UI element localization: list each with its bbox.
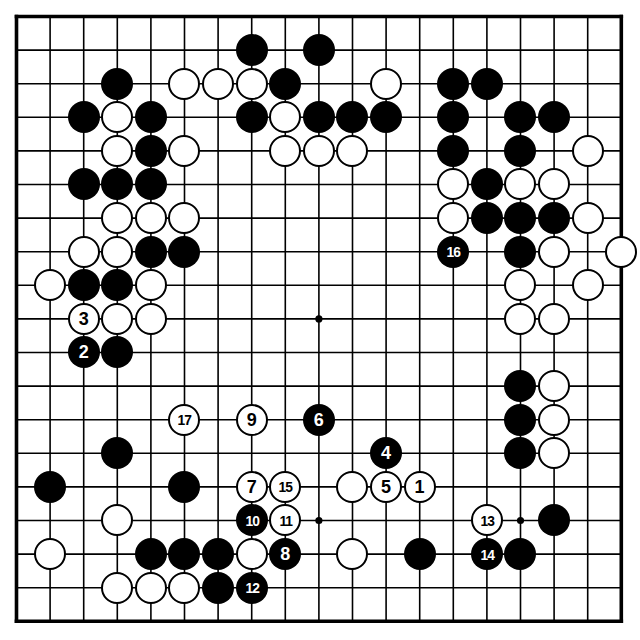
- board-intersection: [336, 100, 370, 134]
- board-intersection: [403, 537, 437, 571]
- white-stone: [538, 168, 570, 200]
- board-intersection: [302, 100, 336, 134]
- white-stone: [101, 236, 133, 268]
- board-intersection: 14: [470, 537, 504, 571]
- white-stone: [101, 135, 133, 167]
- black-stone: [504, 538, 536, 570]
- black-stone: [504, 236, 536, 268]
- board-intersection: [504, 134, 538, 168]
- board-intersection: [100, 134, 134, 168]
- move-number-label: 2: [79, 343, 89, 361]
- white-stone: [101, 504, 133, 536]
- board-intersection: 15: [268, 470, 302, 504]
- black-stone: [437, 68, 469, 100]
- board-intersection: [100, 201, 134, 235]
- white-stone: [336, 538, 368, 570]
- board-intersection: [33, 268, 67, 302]
- board-intersection: [436, 134, 470, 168]
- black-stone: [303, 101, 335, 133]
- black-stone-move-10: 10: [236, 504, 268, 536]
- board-intersection: [537, 235, 571, 269]
- black-stone: [202, 572, 234, 604]
- board-intersection: [504, 235, 538, 269]
- white-stone: [168, 135, 200, 167]
- white-stone: [538, 370, 570, 402]
- board-intersection: [369, 100, 403, 134]
- board-intersection: [168, 67, 202, 101]
- black-stone-move-4: 4: [370, 437, 402, 469]
- board-intersection: [168, 201, 202, 235]
- black-stone: [236, 34, 268, 66]
- board-intersection: [100, 436, 134, 470]
- black-stone: [303, 34, 335, 66]
- white-stone: [538, 303, 570, 335]
- board-intersection: [201, 537, 235, 571]
- white-stone: [34, 538, 66, 570]
- white-stone: [135, 269, 167, 301]
- board-intersection: 17: [168, 403, 202, 437]
- board-intersection: [537, 302, 571, 336]
- black-stone: [135, 168, 167, 200]
- black-stone: [202, 538, 234, 570]
- board-intersection: [537, 168, 571, 202]
- black-stone: [135, 135, 167, 167]
- board-intersection: 10: [235, 504, 269, 538]
- board-intersection: 1: [403, 470, 437, 504]
- board-intersection: [537, 100, 571, 134]
- board-intersection: [134, 201, 168, 235]
- white-stone: [572, 202, 604, 234]
- move-number-label: 5: [381, 477, 391, 495]
- black-stone: [135, 101, 167, 133]
- black-stone: [68, 269, 100, 301]
- board-intersection: [100, 67, 134, 101]
- board-intersection: [537, 403, 571, 437]
- black-stone: [504, 404, 536, 436]
- move-number-label: 6: [314, 410, 324, 428]
- move-number-label: 12: [245, 580, 258, 595]
- black-stone: [68, 168, 100, 200]
- board-intersection: [504, 168, 538, 202]
- black-stone-move-12: 12: [236, 572, 268, 604]
- board-intersection: [369, 67, 403, 101]
- black-stone: [236, 101, 268, 133]
- board-intersection: [504, 201, 538, 235]
- board-intersection: 8: [268, 537, 302, 571]
- white-stone: [504, 303, 536, 335]
- white-stone: [303, 135, 335, 167]
- white-stone: [572, 135, 604, 167]
- stones-layer: 1632179647155110111381412: [0, 0, 638, 638]
- go-board: 1632179647155110111381412: [0, 0, 640, 640]
- black-stone: [101, 437, 133, 469]
- white-stone: [34, 269, 66, 301]
- black-stone: [504, 101, 536, 133]
- board-intersection: [235, 537, 269, 571]
- board-intersection: [504, 436, 538, 470]
- board-intersection: [336, 537, 370, 571]
- white-stone: [101, 572, 133, 604]
- board-intersection: [100, 100, 134, 134]
- white-stone: [538, 236, 570, 268]
- board-intersection: [201, 67, 235, 101]
- board-intersection: [168, 470, 202, 504]
- board-intersection: [168, 537, 202, 571]
- black-stone-move-2: 2: [68, 336, 100, 368]
- white-stone: [437, 202, 469, 234]
- black-stone: [101, 336, 133, 368]
- board-intersection: [302, 33, 336, 67]
- board-intersection: [134, 168, 168, 202]
- board-intersection: 16: [436, 235, 470, 269]
- white-stone: [101, 202, 133, 234]
- black-stone: [101, 168, 133, 200]
- move-number-label: 8: [280, 545, 290, 563]
- move-number-label: 7: [247, 477, 257, 495]
- board-intersection: [235, 100, 269, 134]
- white-stone: [269, 135, 301, 167]
- black-stone: [34, 471, 66, 503]
- move-number-label: 1: [415, 477, 425, 495]
- board-intersection: [100, 268, 134, 302]
- white-stone-move-15: 15: [269, 471, 301, 503]
- board-intersection: [436, 100, 470, 134]
- black-stone: [269, 68, 301, 100]
- white-stone: [437, 168, 469, 200]
- white-stone: [168, 68, 200, 100]
- board-intersection: [537, 504, 571, 538]
- board-intersection: 4: [369, 436, 403, 470]
- black-stone: [168, 471, 200, 503]
- black-stone: [437, 135, 469, 167]
- black-stone: [471, 168, 503, 200]
- white-stone: [538, 437, 570, 469]
- black-stone: [437, 101, 469, 133]
- board-intersection: [168, 571, 202, 605]
- board-intersection: [134, 235, 168, 269]
- board-intersection: 6: [302, 403, 336, 437]
- board-intersection: [436, 201, 470, 235]
- black-stone: [471, 68, 503, 100]
- white-stone-move-5: 5: [370, 471, 402, 503]
- board-intersection: [470, 168, 504, 202]
- board-intersection: [201, 571, 235, 605]
- board-intersection: 5: [369, 470, 403, 504]
- black-stone-move-8: 8: [269, 538, 301, 570]
- move-number-label: 3: [79, 309, 89, 327]
- white-stone: [605, 236, 637, 268]
- move-number-label: 10: [245, 512, 258, 527]
- white-stone: [236, 538, 268, 570]
- move-number-label: 16: [447, 244, 460, 259]
- white-stone: [336, 135, 368, 167]
- board-intersection: [134, 268, 168, 302]
- move-number-label: 9: [247, 410, 257, 428]
- white-stone-move-1: 1: [404, 471, 436, 503]
- white-stone: [538, 404, 570, 436]
- board-intersection: [537, 436, 571, 470]
- board-intersection: [67, 268, 101, 302]
- board-intersection: [100, 504, 134, 538]
- board-intersection: [571, 134, 605, 168]
- board-intersection: 13: [470, 504, 504, 538]
- board-intersection: [134, 537, 168, 571]
- board-intersection: [100, 571, 134, 605]
- white-stone: [68, 236, 100, 268]
- board-intersection: [235, 33, 269, 67]
- black-stone: [336, 101, 368, 133]
- board-intersection: [537, 369, 571, 403]
- black-stone-move-14: 14: [471, 538, 503, 570]
- board-intersection: [134, 134, 168, 168]
- move-number-label: 15: [279, 479, 292, 494]
- black-stone: [538, 101, 570, 133]
- board-intersection: [268, 100, 302, 134]
- white-stone: [504, 269, 536, 301]
- white-stone: [135, 202, 167, 234]
- black-stone: [504, 202, 536, 234]
- board-intersection: [168, 134, 202, 168]
- white-stone: [269, 101, 301, 133]
- black-stone: [504, 370, 536, 402]
- move-number-label: 17: [178, 412, 191, 427]
- white-stone: [168, 202, 200, 234]
- black-stone: [101, 269, 133, 301]
- board-intersection: [470, 67, 504, 101]
- black-stone: [538, 504, 570, 536]
- black-stone: [471, 202, 503, 234]
- white-stone: [135, 572, 167, 604]
- board-intersection: [33, 470, 67, 504]
- board-intersection: [134, 302, 168, 336]
- board-intersection: 9: [235, 403, 269, 437]
- board-intersection: [336, 134, 370, 168]
- move-number-label: 4: [381, 444, 391, 462]
- white-stone-move-17: 17: [168, 404, 200, 436]
- black-stone: [370, 101, 402, 133]
- black-stone: [538, 202, 570, 234]
- black-stone: [168, 236, 200, 268]
- move-number-label: 13: [480, 512, 493, 527]
- go-diagram-page: 1632179647155110111381412: [0, 0, 640, 640]
- board-intersection: [100, 302, 134, 336]
- white-stone-move-3: 3: [68, 303, 100, 335]
- board-intersection: [504, 268, 538, 302]
- black-stone: [101, 68, 133, 100]
- white-stone: [101, 303, 133, 335]
- board-intersection: 11: [268, 504, 302, 538]
- board-intersection: [537, 201, 571, 235]
- black-stone: [504, 437, 536, 469]
- board-intersection: [504, 403, 538, 437]
- black-stone-move-6: 6: [303, 404, 335, 436]
- board-intersection: [336, 470, 370, 504]
- board-intersection: [604, 235, 638, 269]
- white-stone: [101, 101, 133, 133]
- white-stone-move-13: 13: [471, 504, 503, 536]
- black-stone: [404, 538, 436, 570]
- board-intersection: [504, 369, 538, 403]
- board-intersection: 2: [67, 336, 101, 370]
- board-intersection: [67, 100, 101, 134]
- black-stone: [68, 101, 100, 133]
- board-intersection: [302, 134, 336, 168]
- move-number-label: 11: [279, 512, 291, 527]
- white-stone: [135, 303, 167, 335]
- board-intersection: [268, 67, 302, 101]
- white-stone: [168, 572, 200, 604]
- board-intersection: [504, 537, 538, 571]
- black-stone: [504, 135, 536, 167]
- white-stone: [202, 68, 234, 100]
- board-intersection: [100, 235, 134, 269]
- board-intersection: [571, 268, 605, 302]
- board-intersection: [33, 537, 67, 571]
- board-intersection: [504, 100, 538, 134]
- board-intersection: [436, 168, 470, 202]
- white-stone: [336, 471, 368, 503]
- black-stone-move-16: 16: [437, 236, 469, 268]
- board-intersection: 7: [235, 470, 269, 504]
- black-stone: [135, 538, 167, 570]
- white-stone-move-7: 7: [236, 471, 268, 503]
- board-intersection: [100, 168, 134, 202]
- white-stone: [370, 68, 402, 100]
- board-intersection: [67, 235, 101, 269]
- black-stone: [168, 538, 200, 570]
- white-stone: [236, 68, 268, 100]
- board-intersection: [235, 67, 269, 101]
- board-intersection: [268, 134, 302, 168]
- board-intersection: [134, 100, 168, 134]
- board-intersection: [100, 336, 134, 370]
- white-stone: [504, 168, 536, 200]
- board-intersection: [470, 201, 504, 235]
- white-stone: [572, 269, 604, 301]
- board-intersection: [134, 571, 168, 605]
- board-intersection: 3: [67, 302, 101, 336]
- white-stone-move-11: 11: [269, 504, 301, 536]
- board-intersection: [571, 201, 605, 235]
- white-stone-move-9: 9: [236, 404, 268, 436]
- board-intersection: [504, 302, 538, 336]
- board-intersection: [168, 235, 202, 269]
- board-intersection: 12: [235, 571, 269, 605]
- board-intersection: [67, 168, 101, 202]
- board-intersection: [436, 67, 470, 101]
- move-number-label: 14: [480, 546, 493, 561]
- black-stone: [135, 236, 167, 268]
